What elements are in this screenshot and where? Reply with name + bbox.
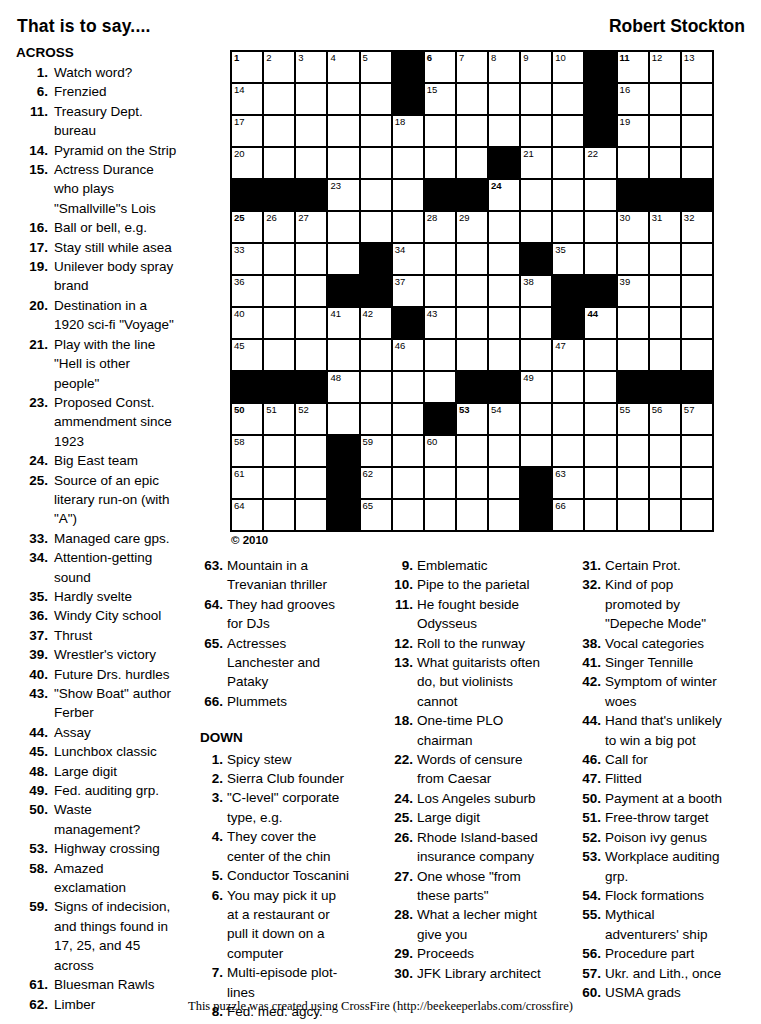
black-cell	[521, 500, 551, 530]
grid-cell[interactable]	[457, 116, 487, 146]
grid-cell[interactable]: 55	[618, 404, 648, 434]
grid-cell[interactable]: 41	[328, 308, 358, 338]
clue-item: 26.Rhode Island-based insurance company	[380, 828, 568, 867]
grid-cell[interactable]	[585, 372, 615, 402]
clue-number: 49.	[14, 781, 48, 800]
clue-text: Waste management?	[54, 800, 140, 839]
cell-number: 15	[427, 85, 438, 95]
cell-number: 1	[234, 53, 239, 63]
grid-cell[interactable]: 57	[682, 404, 712, 434]
clue-item: 50.Payment at a booth	[568, 789, 758, 808]
grid-cell[interactable]	[361, 372, 391, 402]
grid-cell[interactable]	[361, 148, 391, 178]
grid-cell[interactable]	[425, 500, 455, 530]
clue-item: 42.Symptom of winter woes	[568, 672, 758, 711]
grid-cell[interactable]	[650, 244, 680, 274]
clue-text: Proceeds	[417, 944, 474, 963]
footer-credit: This puzzle was created using CrossFire …	[0, 999, 761, 1014]
grid-cell[interactable]	[264, 148, 294, 178]
clue-text: Amazed exclamation	[54, 859, 126, 898]
grid-cell[interactable]: 21	[521, 148, 551, 178]
grid-cell[interactable]: 2	[264, 52, 294, 82]
grid-cell[interactable]: 8	[489, 52, 519, 82]
clue-number: 32.	[568, 575, 601, 633]
clue-item: 15.Actress Durance who plays "Smallville…	[14, 160, 222, 218]
grid-cell[interactable]	[425, 468, 455, 498]
grid-cell[interactable]: 26	[264, 212, 294, 242]
clue-text: Conductor Toscanini	[227, 866, 349, 885]
grid-cell[interactable]	[457, 436, 487, 466]
clue-text: Symptom of winter woes	[605, 672, 717, 711]
clue-text: Emblematic	[417, 556, 488, 575]
grid-cell[interactable]	[296, 84, 326, 114]
grid-cell[interactable]	[457, 468, 487, 498]
grid-cell[interactable]	[489, 468, 519, 498]
grid-cell[interactable]	[618, 244, 648, 274]
grid-cell[interactable]: 64	[232, 500, 262, 530]
grid-cell[interactable]: 7	[457, 52, 487, 82]
cell-number: 30	[620, 213, 631, 223]
grid-cell[interactable]: 20	[232, 148, 262, 178]
grid-cell[interactable]	[618, 308, 648, 338]
black-cell	[585, 52, 615, 82]
clue-number: 34.	[14, 548, 48, 587]
clue-number: 11.	[14, 102, 48, 141]
grid-cell[interactable]	[296, 468, 326, 498]
grid-cell[interactable]: 27	[296, 212, 326, 242]
grid-cell[interactable]	[296, 340, 326, 370]
grid-cell[interactable]: 35	[553, 244, 583, 274]
grid-cell[interactable]	[585, 180, 615, 210]
clue-number: 1.	[14, 63, 48, 82]
cell-number: 12	[652, 53, 663, 63]
black-cell	[618, 372, 648, 402]
grid-cell[interactable]	[296, 436, 326, 466]
grid-cell[interactable]	[296, 116, 326, 146]
grid-cell[interactable]	[682, 340, 712, 370]
clue-text: He fought beside Odysseus	[417, 595, 519, 634]
grid-cell[interactable]	[521, 340, 551, 370]
grid-cell[interactable]	[489, 340, 519, 370]
clue-item: 10.Pipe to the parietal	[380, 575, 568, 594]
grid-cell[interactable]	[393, 148, 423, 178]
grid-cell[interactable]	[521, 212, 551, 242]
clue-text: Hand that's unlikely to win a big pot	[605, 711, 722, 750]
clue-number: 6.	[190, 886, 223, 964]
grid-cell[interactable]: 62	[361, 468, 391, 498]
grid-cell[interactable]	[361, 180, 391, 210]
grid-cell[interactable]	[328, 148, 358, 178]
grid-cell[interactable]: 4	[328, 52, 358, 82]
clue-text: What a lecher might give you	[417, 905, 537, 944]
cell-number: 46	[395, 341, 406, 351]
grid-cell[interactable]	[328, 244, 358, 274]
grid-cell[interactable]	[393, 404, 423, 434]
grid-cell[interactable]	[296, 148, 326, 178]
grid-cell[interactable]: 33	[232, 244, 262, 274]
grid-cell[interactable]	[489, 84, 519, 114]
cell-number: 44	[587, 309, 598, 319]
grid-cell[interactable]	[457, 500, 487, 530]
clue-text: Sierra Club founder	[227, 769, 344, 788]
grid-cell[interactable]	[393, 468, 423, 498]
grid-cell[interactable]	[521, 308, 551, 338]
clue-text: Managed care gps.	[54, 529, 170, 548]
grid-cell[interactable]	[521, 404, 551, 434]
grid-cell[interactable]	[682, 116, 712, 146]
grid-cell[interactable]: 61	[232, 468, 262, 498]
grid-cell[interactable]: 34	[393, 244, 423, 274]
grid-cell[interactable]: 10	[553, 52, 583, 82]
grid-cell[interactable]: 51	[264, 404, 294, 434]
cell-number: 35	[555, 245, 566, 255]
clue-number: 52.	[568, 828, 601, 847]
grid-cell[interactable]	[585, 340, 615, 370]
clue-text: Rhode Island-based insurance company	[417, 828, 538, 867]
grid-cell[interactable]	[361, 116, 391, 146]
clue-text: Mountain in a Trevanian thriller	[227, 556, 327, 595]
grid-cell[interactable]: 37	[393, 276, 423, 306]
grid-cell[interactable]	[553, 372, 583, 402]
grid-cell[interactable]: 24	[489, 180, 519, 210]
clue-text: Play with the line "Hell is other people…	[54, 335, 155, 393]
grid-cell[interactable]: 17	[232, 116, 262, 146]
clue-text: Poison ivy genus	[605, 828, 707, 847]
clue-item: 3."C-level" corporate type, e.g.	[190, 788, 378, 827]
grid-cell[interactable]	[296, 276, 326, 306]
grid-cell[interactable]	[553, 212, 583, 242]
cell-number: 4	[330, 53, 335, 63]
grid-cell[interactable]: 18	[393, 116, 423, 146]
grid-cell[interactable]	[425, 116, 455, 146]
grid-cell[interactable]	[618, 468, 648, 498]
grid-cell[interactable]	[264, 244, 294, 274]
grid-cell[interactable]	[585, 436, 615, 466]
cell-number: 63	[555, 469, 566, 479]
grid-cell[interactable]	[393, 436, 423, 466]
grid-cell[interactable]	[650, 84, 680, 114]
grid-cell[interactable]	[682, 436, 712, 466]
grid-cell[interactable]: 43	[425, 308, 455, 338]
grid-cell[interactable]: 25	[232, 212, 262, 242]
cell-number: 31	[652, 213, 663, 223]
grid-cell[interactable]	[296, 244, 326, 274]
grid-cell[interactable]	[393, 180, 423, 210]
black-cell	[296, 180, 326, 210]
grid-cell[interactable]: 66	[553, 500, 583, 530]
grid-cell[interactable]: 23	[328, 180, 358, 210]
black-cell	[553, 308, 583, 338]
grid-cell[interactable]: 50	[232, 404, 262, 434]
grid-cell[interactable]: 9	[521, 52, 551, 82]
grid-cell[interactable]: 59	[361, 436, 391, 466]
cell-number: 66	[555, 501, 566, 511]
grid-cell[interactable]	[457, 308, 487, 338]
clue-text: Ball or bell, e.g.	[54, 218, 147, 237]
grid-cell[interactable]	[585, 468, 615, 498]
cell-number: 65	[363, 501, 374, 511]
grid-cell[interactable]	[682, 244, 712, 274]
grid-cell[interactable]	[650, 500, 680, 530]
grid-cell[interactable]	[618, 436, 648, 466]
grid-cell[interactable]	[553, 436, 583, 466]
clue-item: 25.Source of an epic literary run-on (wi…	[14, 471, 222, 529]
grid-cell[interactable]: 5	[361, 52, 391, 82]
grid-cell[interactable]	[328, 404, 358, 434]
grid-cell[interactable]: 28	[425, 212, 455, 242]
grid-cell[interactable]	[489, 212, 519, 242]
grid-cell[interactable]	[489, 308, 519, 338]
clue-item: 1.Spicy stew	[190, 750, 378, 769]
cell-number: 9	[523, 53, 528, 63]
clue-item: 27.One whose "from these parts"	[380, 867, 568, 906]
cell-number: 56	[652, 405, 663, 415]
grid-cell[interactable]: 52	[296, 404, 326, 434]
clue-text: Attention-getting sound	[54, 548, 152, 587]
grid-cell[interactable]	[618, 340, 648, 370]
grid-cell[interactable]	[489, 436, 519, 466]
grid-cell[interactable]: 11	[618, 52, 648, 82]
clue-item: 6.You may pick it up at a restaurant or …	[190, 886, 378, 964]
clue-number: 21.	[14, 335, 48, 393]
clue-item: 33.Managed care gps.	[14, 529, 222, 548]
grid-cell[interactable]	[585, 244, 615, 274]
cell-number: 33	[234, 245, 245, 255]
clue-item: 24.Big East team	[14, 451, 222, 470]
grid-cell[interactable]: 56	[650, 404, 680, 434]
clue-number: 55.	[568, 905, 601, 944]
clue-text: Assay	[54, 723, 91, 742]
cell-number: 57	[684, 405, 695, 415]
grid-cell[interactable]	[393, 372, 423, 402]
clue-number: 43.	[14, 684, 48, 723]
puzzle-author: Robert Stockton	[609, 16, 745, 37]
grid-cell[interactable]	[521, 84, 551, 114]
grid-cell[interactable]	[425, 244, 455, 274]
grid-cell[interactable]: 19	[618, 116, 648, 146]
grid-cell[interactable]	[489, 276, 519, 306]
down-clue-list-1: 1.Spicy stew2.Sierra Club founder3."C-le…	[190, 750, 378, 1022]
grid-cell[interactable]: 60	[425, 436, 455, 466]
grid-cell[interactable]	[425, 148, 455, 178]
grid-cell[interactable]	[457, 340, 487, 370]
grid-cell[interactable]	[682, 148, 712, 178]
grid-cell[interactable]	[650, 148, 680, 178]
grid-cell[interactable]	[425, 276, 455, 306]
grid-cell[interactable]	[682, 276, 712, 306]
grid-cell[interactable]: 65	[361, 500, 391, 530]
grid-cell[interactable]	[553, 180, 583, 210]
clue-text: Kind of pop promoted by "Depeche Mode"	[605, 575, 706, 633]
clue-number: 48.	[14, 762, 48, 781]
grid-cell[interactable]	[650, 276, 680, 306]
black-cell	[328, 500, 358, 530]
grid-cell[interactable]	[521, 180, 551, 210]
grid-cell[interactable]	[328, 84, 358, 114]
cell-number: 6	[427, 53, 432, 63]
grid-cell[interactable]: 6	[425, 52, 455, 82]
grid-cell[interactable]	[457, 276, 487, 306]
grid-cell[interactable]: 13	[682, 52, 712, 82]
clue-number: 19.	[14, 257, 48, 296]
clue-item: 47.Flitted	[568, 769, 758, 788]
cell-number: 16	[620, 85, 631, 95]
grid-cell[interactable]	[328, 340, 358, 370]
clue-number: 10.	[380, 575, 413, 594]
grid-cell[interactable]: 30	[618, 212, 648, 242]
clue-number: 1.	[190, 750, 223, 769]
grid-cell[interactable]	[328, 212, 358, 242]
grid-cell[interactable]: 14	[232, 84, 262, 114]
grid-cell[interactable]	[457, 244, 487, 274]
grid-cell[interactable]	[553, 84, 583, 114]
grid-cell[interactable]	[585, 404, 615, 434]
grid-cell[interactable]	[361, 340, 391, 370]
cell-number: 49	[523, 373, 534, 383]
grid-cell[interactable]	[393, 500, 423, 530]
grid-cell[interactable]: 36	[232, 276, 262, 306]
grid-cell[interactable]: 54	[489, 404, 519, 434]
grid-cell[interactable]	[682, 468, 712, 498]
grid-cell[interactable]: 45	[232, 340, 262, 370]
clue-number: 59.	[14, 897, 48, 975]
grid-cell[interactable]	[585, 500, 615, 530]
grid-cell[interactable]	[264, 276, 294, 306]
grid-cell[interactable]	[264, 340, 294, 370]
cell-number: 8	[491, 53, 496, 63]
cell-number: 17	[234, 117, 245, 127]
grid-cell[interactable]: 48	[328, 372, 358, 402]
clue-item: 21.Play with the line "Hell is other peo…	[14, 335, 222, 393]
grid-cell[interactable]: 31	[650, 212, 680, 242]
clue-number: 65.	[190, 634, 223, 692]
grid-cell[interactable]	[682, 308, 712, 338]
grid-cell[interactable]: 12	[650, 52, 680, 82]
grid-cell[interactable]	[264, 500, 294, 530]
grid-cell[interactable]: 44	[585, 308, 615, 338]
grid-cell[interactable]	[553, 404, 583, 434]
grid-cell[interactable]	[489, 500, 519, 530]
clue-number: 11.	[380, 595, 413, 634]
cell-number: 53	[459, 405, 470, 415]
grid-cell[interactable]: 58	[232, 436, 262, 466]
cell-number: 58	[234, 437, 245, 447]
grid-cell[interactable]	[489, 244, 519, 274]
grid-cell[interactable]: 47	[553, 340, 583, 370]
black-cell	[425, 180, 455, 210]
grid-cell[interactable]	[650, 436, 680, 466]
clue-item: 24.Los Angeles suburb	[380, 789, 568, 808]
grid-cell[interactable]	[361, 404, 391, 434]
cell-number: 2	[266, 53, 271, 63]
grid-cell[interactable]: 38	[521, 276, 551, 306]
clue-number: 14.	[14, 141, 48, 160]
grid-cell[interactable]: 53	[457, 404, 487, 434]
clue-text: Words of censure from Caesar	[417, 750, 523, 789]
grid-cell[interactable]	[618, 148, 648, 178]
grid-cell[interactable]	[650, 116, 680, 146]
clue-item: 46.Call for	[568, 750, 758, 769]
clue-number: 39.	[14, 645, 48, 664]
grid-cell[interactable]	[425, 340, 455, 370]
grid-cell[interactable]: 3	[296, 52, 326, 82]
clue-item: 28.What a lecher might give you	[380, 905, 568, 944]
grid-cell[interactable]: 16	[618, 84, 648, 114]
clue-item: 32.Kind of pop promoted by "Depeche Mode…	[568, 575, 758, 633]
grid-cell[interactable]	[425, 372, 455, 402]
grid-cell[interactable]	[264, 84, 294, 114]
cell-number: 61	[234, 469, 245, 479]
grid-cell[interactable]: 1	[232, 52, 262, 82]
grid-cell[interactable]	[521, 116, 551, 146]
cell-number: 42	[363, 309, 374, 319]
grid-cell[interactable]	[682, 500, 712, 530]
black-cell	[489, 372, 519, 402]
grid-cell[interactable]	[457, 148, 487, 178]
clue-text: Pipe to the parietal	[417, 575, 530, 594]
black-cell	[650, 372, 680, 402]
grid-cell[interactable]	[361, 84, 391, 114]
grid-cell[interactable]: 32	[682, 212, 712, 242]
grid-cell[interactable]: 29	[457, 212, 487, 242]
grid-cell[interactable]	[650, 308, 680, 338]
cell-number: 37	[395, 277, 406, 287]
black-cell	[457, 372, 487, 402]
grid-cell[interactable]	[264, 116, 294, 146]
black-cell	[328, 468, 358, 498]
grid-cell[interactable]: 49	[521, 372, 551, 402]
grid-cell[interactable]	[618, 500, 648, 530]
clue-number: 44.	[14, 723, 48, 742]
clue-item: 9.Emblematic	[380, 556, 568, 575]
grid-cell[interactable]	[296, 500, 326, 530]
grid-cell[interactable]	[489, 116, 519, 146]
grid-cell[interactable]: 42	[361, 308, 391, 338]
clue-item: 5.Conductor Toscanini	[190, 866, 378, 885]
clue-item: 56.Procedure part	[568, 944, 758, 963]
grid-cell[interactable]	[296, 308, 326, 338]
grid-cell[interactable]	[264, 436, 294, 466]
down-heading: DOWN	[200, 728, 378, 747]
cell-number: 52	[298, 405, 309, 415]
grid-cell[interactable]: 63	[553, 468, 583, 498]
clue-number: 36.	[14, 606, 48, 625]
grid-cell[interactable]: 39	[618, 276, 648, 306]
black-cell	[682, 372, 712, 402]
grid-cell[interactable]	[553, 116, 583, 146]
grid-cell[interactable]	[361, 212, 391, 242]
grid-cell[interactable]	[328, 116, 358, 146]
grid-cell[interactable]: 46	[393, 340, 423, 370]
grid-cell[interactable]	[521, 436, 551, 466]
grid-cell[interactable]	[585, 212, 615, 242]
grid-cell[interactable]	[393, 212, 423, 242]
grid-cell[interactable]: 15	[425, 84, 455, 114]
grid-cell[interactable]	[264, 468, 294, 498]
grid-cell[interactable]	[457, 84, 487, 114]
grid-cell[interactable]: 22	[585, 148, 615, 178]
clue-text: "Show Boat" author Ferber	[54, 684, 171, 723]
grid-cell[interactable]	[650, 468, 680, 498]
grid-cell[interactable]	[682, 84, 712, 114]
grid-cell[interactable]	[553, 148, 583, 178]
grid-cell[interactable]: 40	[232, 308, 262, 338]
grid-cell[interactable]	[264, 308, 294, 338]
cell-number: 3	[298, 53, 303, 63]
puzzle-title: That is to say....	[17, 16, 151, 37]
black-cell	[585, 84, 615, 114]
grid-cell[interactable]	[650, 340, 680, 370]
